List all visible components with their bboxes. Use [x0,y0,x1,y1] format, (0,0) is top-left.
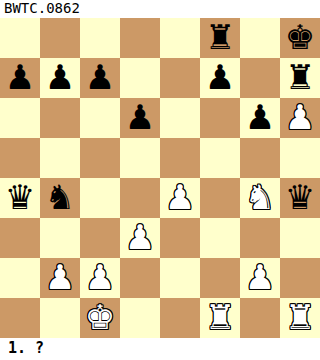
square-d1[interactable] [120,298,160,338]
black-pawn: ♟ [120,98,160,138]
square-f4[interactable] [200,178,240,218]
square-c2[interactable]: ♟ [80,258,120,298]
square-c6[interactable] [80,98,120,138]
black-king: ♚ [280,18,320,58]
square-e8[interactable] [160,18,200,58]
square-e4[interactable]: ♟ [160,178,200,218]
white-rook: ♜ [280,298,320,338]
square-g4[interactable]: ♞ [240,178,280,218]
white-pawn: ♟ [160,178,200,218]
white-pawn: ♟ [120,218,160,258]
square-h6[interactable]: ♟ [280,98,320,138]
square-c3[interactable] [80,218,120,258]
black-queen: ♛ [0,178,40,218]
square-e1[interactable] [160,298,200,338]
square-h4[interactable]: ♛ [280,178,320,218]
square-e5[interactable] [160,138,200,178]
square-e2[interactable] [160,258,200,298]
square-b2[interactable]: ♟ [40,258,80,298]
square-f7[interactable]: ♟ [200,58,240,98]
black-pawn: ♟ [80,58,120,98]
square-c4[interactable] [80,178,120,218]
square-a8[interactable] [0,18,40,58]
square-g7[interactable] [240,58,280,98]
square-a6[interactable] [0,98,40,138]
square-h8[interactable]: ♚ [280,18,320,58]
square-a2[interactable] [0,258,40,298]
square-c7[interactable]: ♟ [80,58,120,98]
black-pawn: ♟ [40,58,80,98]
puzzle-title: BWTC.0862 [0,0,320,18]
black-pawn: ♟ [200,58,240,98]
square-f6[interactable] [200,98,240,138]
square-d4[interactable] [120,178,160,218]
square-a5[interactable] [0,138,40,178]
square-g8[interactable] [240,18,280,58]
black-queen: ♛ [280,178,320,218]
white-king: ♚ [80,298,120,338]
black-pawn: ♟ [240,98,280,138]
square-d8[interactable] [120,18,160,58]
white-rook: ♜ [200,298,240,338]
white-pawn: ♟ [40,258,80,298]
square-b8[interactable] [40,18,80,58]
square-a3[interactable] [0,218,40,258]
chess-board: ♜♚♟♟♟♟♜♟♟♟♛♞♟♞♛♟♟♟♟♚♜♜ [0,18,320,338]
square-e6[interactable] [160,98,200,138]
square-h5[interactable] [280,138,320,178]
square-g2[interactable]: ♟ [240,258,280,298]
square-h3[interactable] [280,218,320,258]
square-g6[interactable]: ♟ [240,98,280,138]
black-pawn: ♟ [0,58,40,98]
black-rook: ♜ [280,58,320,98]
white-pawn: ♟ [80,258,120,298]
square-d2[interactable] [120,258,160,298]
square-f5[interactable] [200,138,240,178]
square-h2[interactable] [280,258,320,298]
square-e7[interactable] [160,58,200,98]
square-d6[interactable]: ♟ [120,98,160,138]
square-f1[interactable]: ♜ [200,298,240,338]
square-b1[interactable] [40,298,80,338]
square-f2[interactable] [200,258,240,298]
square-a7[interactable]: ♟ [0,58,40,98]
black-knight: ♞ [40,178,80,218]
square-a1[interactable] [0,298,40,338]
square-b5[interactable] [40,138,80,178]
black-rook: ♜ [200,18,240,58]
square-d5[interactable] [120,138,160,178]
square-c5[interactable] [80,138,120,178]
square-a4[interactable]: ♛ [0,178,40,218]
square-h1[interactable]: ♜ [280,298,320,338]
square-e3[interactable] [160,218,200,258]
square-b7[interactable]: ♟ [40,58,80,98]
square-g1[interactable] [240,298,280,338]
square-c8[interactable] [80,18,120,58]
square-g5[interactable] [240,138,280,178]
square-c1[interactable]: ♚ [80,298,120,338]
white-pawn: ♟ [240,258,280,298]
move-prompt: 1. ? [0,338,320,360]
square-d3[interactable]: ♟ [120,218,160,258]
white-knight: ♞ [240,178,280,218]
square-g3[interactable] [240,218,280,258]
white-pawn: ♟ [280,98,320,138]
square-b6[interactable] [40,98,80,138]
square-f3[interactable] [200,218,240,258]
square-b3[interactable] [40,218,80,258]
square-b4[interactable]: ♞ [40,178,80,218]
square-d7[interactable] [120,58,160,98]
square-f8[interactable]: ♜ [200,18,240,58]
square-h7[interactable]: ♜ [280,58,320,98]
